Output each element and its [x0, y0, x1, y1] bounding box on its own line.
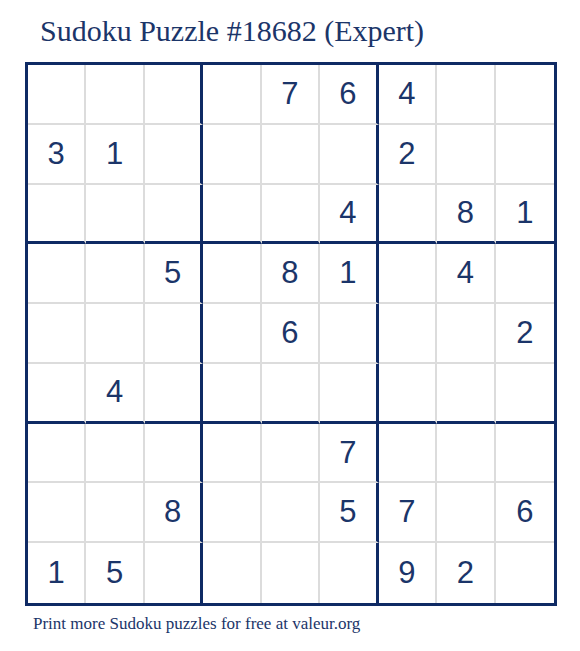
- cell-r6c9[interactable]: [496, 364, 554, 424]
- cell-r2c7: 2: [379, 125, 437, 185]
- cell-r3c1[interactable]: [28, 185, 86, 245]
- cell-r1c7: 4: [379, 65, 437, 125]
- cell-r1c8[interactable]: [437, 65, 495, 125]
- cell-r4c5: 8: [262, 244, 320, 304]
- cell-r7c3[interactable]: [145, 424, 203, 484]
- cell-r3c9: 1: [496, 185, 554, 245]
- cell-r9c2: 5: [86, 543, 144, 603]
- cell-r3c3[interactable]: [145, 185, 203, 245]
- cell-r4c2[interactable]: [86, 244, 144, 304]
- cell-r3c6: 4: [320, 185, 378, 245]
- cell-r1c5: 7: [262, 65, 320, 125]
- cell-r2c9[interactable]: [496, 125, 554, 185]
- cell-r3c2[interactable]: [86, 185, 144, 245]
- cell-r2c5[interactable]: [262, 125, 320, 185]
- cell-r3c8: 8: [437, 185, 495, 245]
- cell-r5c1[interactable]: [28, 304, 86, 364]
- cell-r8c4[interactable]: [203, 483, 261, 543]
- cell-r6c7[interactable]: [379, 364, 437, 424]
- cell-r7c5[interactable]: [262, 424, 320, 484]
- cell-r4c7[interactable]: [379, 244, 437, 304]
- cell-r6c5[interactable]: [262, 364, 320, 424]
- cell-r4c3: 5: [145, 244, 203, 304]
- sudoku-grid: 7643124815814624785761592: [25, 62, 557, 606]
- cell-r5c2[interactable]: [86, 304, 144, 364]
- cell-r9c1: 1: [28, 543, 86, 603]
- cell-r4c9[interactable]: [496, 244, 554, 304]
- cell-r4c1[interactable]: [28, 244, 86, 304]
- cell-r9c7: 9: [379, 543, 437, 603]
- cell-r5c4[interactable]: [203, 304, 261, 364]
- cell-r9c6[interactable]: [320, 543, 378, 603]
- cell-r8c2[interactable]: [86, 483, 144, 543]
- cell-r7c1[interactable]: [28, 424, 86, 484]
- cell-r5c8[interactable]: [437, 304, 495, 364]
- cell-r6c3[interactable]: [145, 364, 203, 424]
- cell-r8c3: 8: [145, 483, 203, 543]
- page-title: Sudoku Puzzle #18682 (Expert): [40, 14, 424, 48]
- cell-r4c6: 1: [320, 244, 378, 304]
- cell-r2c8[interactable]: [437, 125, 495, 185]
- cell-r6c1[interactable]: [28, 364, 86, 424]
- cell-r4c8: 4: [437, 244, 495, 304]
- cell-r1c1[interactable]: [28, 65, 86, 125]
- cell-r2c6[interactable]: [320, 125, 378, 185]
- footer-text: Print more Sudoku puzzles for free at va…: [33, 614, 360, 634]
- cell-r2c3[interactable]: [145, 125, 203, 185]
- cell-r1c4[interactable]: [203, 65, 261, 125]
- cell-r1c9[interactable]: [496, 65, 554, 125]
- cell-r6c2: 4: [86, 364, 144, 424]
- cell-r8c1[interactable]: [28, 483, 86, 543]
- cell-r5c7[interactable]: [379, 304, 437, 364]
- cell-r2c1: 3: [28, 125, 86, 185]
- cell-r9c9[interactable]: [496, 543, 554, 603]
- cell-r3c7[interactable]: [379, 185, 437, 245]
- cell-r5c3[interactable]: [145, 304, 203, 364]
- cell-r8c5[interactable]: [262, 483, 320, 543]
- cell-r2c2: 1: [86, 125, 144, 185]
- cell-r7c8[interactable]: [437, 424, 495, 484]
- sudoku-page: Sudoku Puzzle #18682 (Expert) 7643124815…: [0, 0, 580, 651]
- cell-r6c4[interactable]: [203, 364, 261, 424]
- cell-r8c7: 7: [379, 483, 437, 543]
- cell-r7c2[interactable]: [86, 424, 144, 484]
- cell-r5c5: 6: [262, 304, 320, 364]
- cell-r2c4[interactable]: [203, 125, 261, 185]
- cell-r1c6: 6: [320, 65, 378, 125]
- cell-r8c8[interactable]: [437, 483, 495, 543]
- cell-r9c4[interactable]: [203, 543, 261, 603]
- cell-r3c5[interactable]: [262, 185, 320, 245]
- cell-r1c2[interactable]: [86, 65, 144, 125]
- cell-r5c6[interactable]: [320, 304, 378, 364]
- cell-r7c9[interactable]: [496, 424, 554, 484]
- cell-r9c8: 2: [437, 543, 495, 603]
- cell-r4c4[interactable]: [203, 244, 261, 304]
- cell-r9c3[interactable]: [145, 543, 203, 603]
- cell-r6c6[interactable]: [320, 364, 378, 424]
- cell-r7c6: 7: [320, 424, 378, 484]
- cell-r3c4[interactable]: [203, 185, 261, 245]
- cell-r8c6: 5: [320, 483, 378, 543]
- cell-r8c9: 6: [496, 483, 554, 543]
- cell-r7c4[interactable]: [203, 424, 261, 484]
- cell-r1c3[interactable]: [145, 65, 203, 125]
- cell-r5c9: 2: [496, 304, 554, 364]
- cell-r9c5[interactable]: [262, 543, 320, 603]
- cell-r7c7[interactable]: [379, 424, 437, 484]
- cell-r6c8[interactable]: [437, 364, 495, 424]
